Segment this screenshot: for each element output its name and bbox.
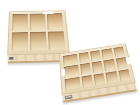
tray-compartment <box>48 31 66 50</box>
left-tray-top-rim <box>8 11 69 54</box>
handle-cutout <box>60 68 65 77</box>
left-tray-compartment-grid <box>12 13 66 51</box>
label-sticker <box>9 57 13 60</box>
tray-compartment <box>102 48 114 59</box>
tray-compartment <box>94 73 106 85</box>
label-sticker <box>65 95 73 100</box>
tray-compartment <box>64 65 80 78</box>
tray-compartment <box>63 54 78 66</box>
tray-compartment <box>106 71 118 83</box>
tray-compartment <box>79 52 90 63</box>
tray-compartment <box>113 47 125 58</box>
tray-compartment <box>30 32 47 51</box>
handle-cutout <box>42 11 54 14</box>
product-photo <box>0 0 140 105</box>
tray-compartment <box>80 63 91 75</box>
tray-compartment <box>12 14 28 31</box>
right-tray-compartment-grid <box>63 47 131 90</box>
tray-compartment <box>30 14 46 31</box>
right-sorting-tray <box>60 44 137 103</box>
tray-compartment <box>81 75 93 87</box>
tray-compartment <box>118 69 131 81</box>
tray-compartment <box>104 59 116 71</box>
tray-compartment <box>65 77 81 90</box>
tray-compartment <box>12 32 29 51</box>
tray-compartment <box>92 61 104 73</box>
tray-compartment <box>90 50 101 61</box>
tray-compartment <box>47 13 64 30</box>
sticker-text-line <box>66 96 71 98</box>
